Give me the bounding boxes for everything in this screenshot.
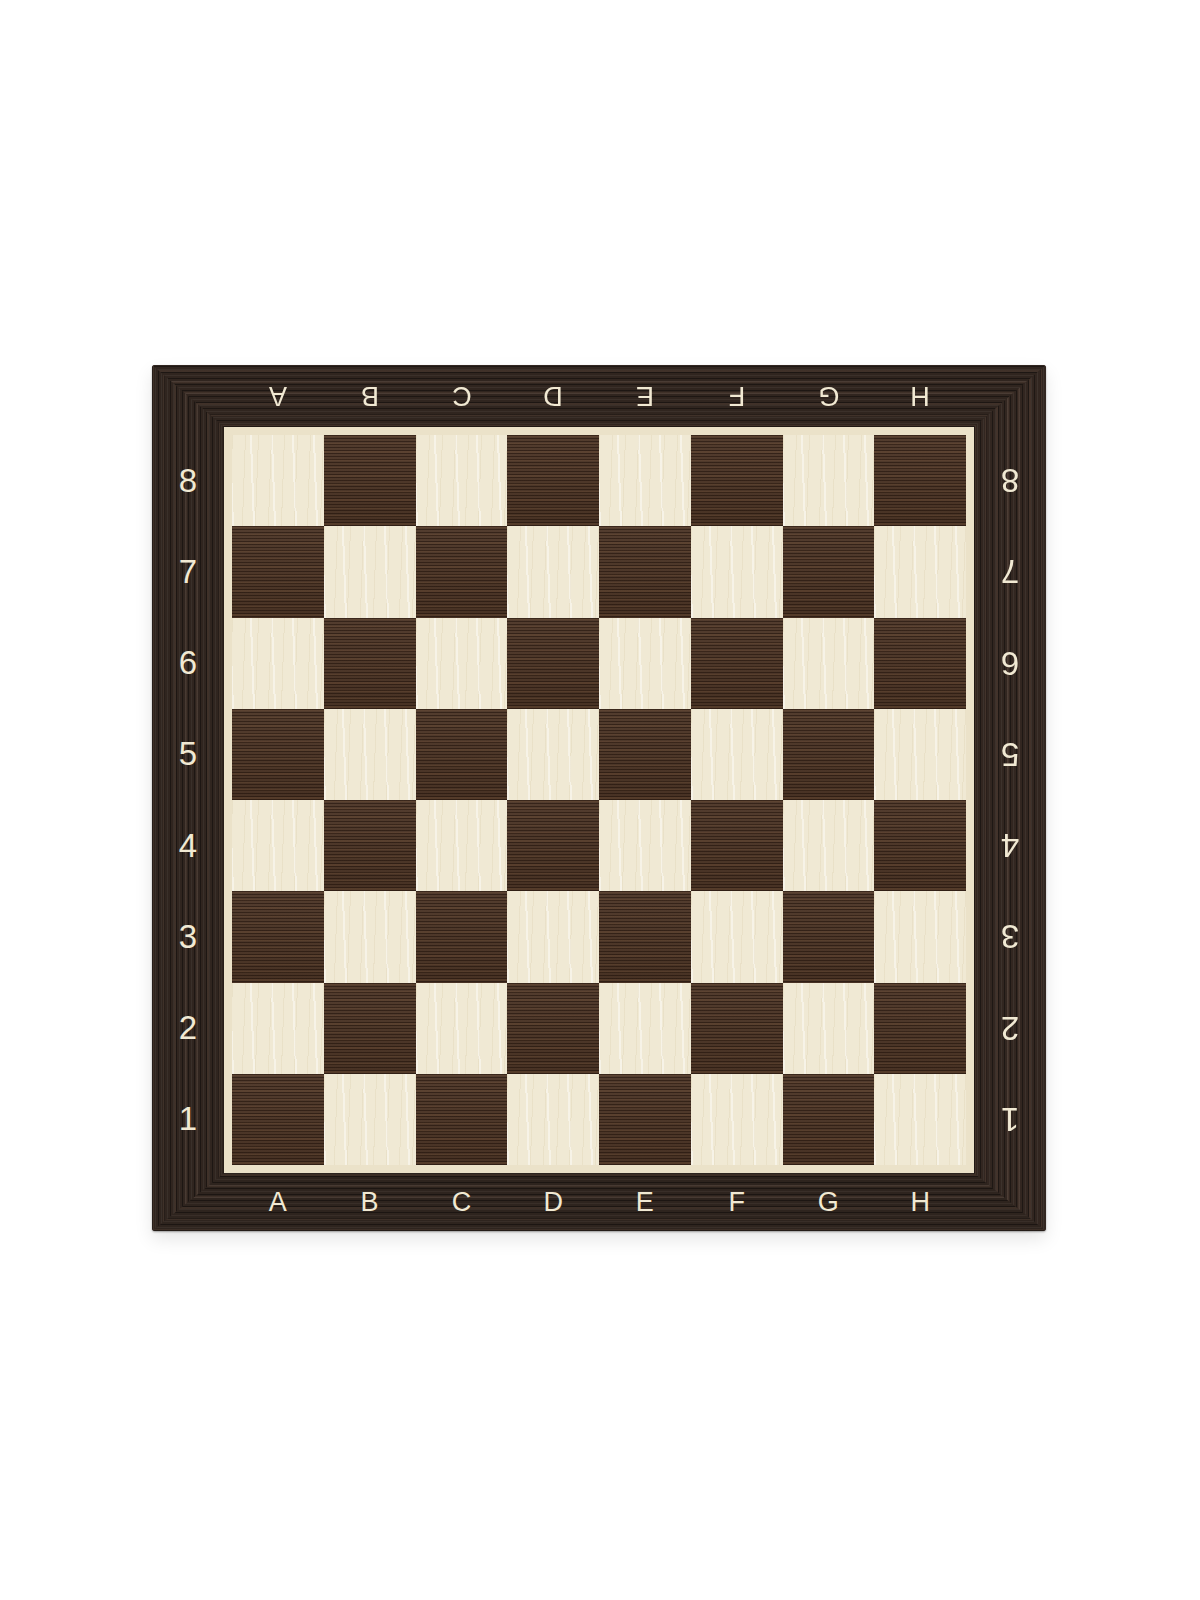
square-g2[interactable] xyxy=(783,983,875,1074)
square-e4[interactable] xyxy=(599,800,691,891)
rank-label-left-2: 2 xyxy=(152,983,224,1074)
square-c6[interactable] xyxy=(416,618,508,709)
rank-label-right-2: 2 xyxy=(974,983,1046,1074)
file-label-bottom-h: H xyxy=(874,1173,966,1231)
square-e2[interactable] xyxy=(599,983,691,1074)
rank-label-right-5: 5 xyxy=(974,709,1046,800)
square-g6[interactable] xyxy=(783,618,875,709)
square-a7[interactable] xyxy=(232,526,324,617)
square-h2[interactable] xyxy=(874,983,966,1074)
square-b8[interactable] xyxy=(324,435,416,526)
square-b3[interactable] xyxy=(324,891,416,982)
rank-label-left-5: 5 xyxy=(152,709,224,800)
square-a4[interactable] xyxy=(232,800,324,891)
rank-label-right-4: 4 xyxy=(974,800,1046,891)
file-label-bottom-e: E xyxy=(599,1173,691,1231)
square-g3[interactable] xyxy=(783,891,875,982)
square-c1[interactable] xyxy=(416,1074,508,1165)
square-e7[interactable] xyxy=(599,526,691,617)
square-d2[interactable] xyxy=(507,983,599,1074)
chess-board: ABCDEFGH ABCDEFGH 87654321 87654321 xyxy=(152,365,1046,1231)
rank-label-left-1: 1 xyxy=(152,1074,224,1165)
square-b6[interactable] xyxy=(324,618,416,709)
square-b4[interactable] xyxy=(324,800,416,891)
square-e5[interactable] xyxy=(599,709,691,800)
file-label-top-b: B xyxy=(324,365,416,427)
square-c4[interactable] xyxy=(416,800,508,891)
square-e8[interactable] xyxy=(599,435,691,526)
square-e6[interactable] xyxy=(599,618,691,709)
files-top: ABCDEFGH xyxy=(232,365,966,427)
square-g8[interactable] xyxy=(783,435,875,526)
square-a8[interactable] xyxy=(232,435,324,526)
square-a3[interactable] xyxy=(232,891,324,982)
file-label-top-f: F xyxy=(691,365,783,427)
rank-label-left-8: 8 xyxy=(152,435,224,526)
file-label-bottom-c: C xyxy=(416,1173,508,1231)
square-g1[interactable] xyxy=(783,1074,875,1165)
square-h8[interactable] xyxy=(874,435,966,526)
square-b2[interactable] xyxy=(324,983,416,1074)
rank-label-left-6: 6 xyxy=(152,618,224,709)
file-label-top-c: C xyxy=(416,365,508,427)
square-f2[interactable] xyxy=(691,983,783,1074)
square-h5[interactable] xyxy=(874,709,966,800)
square-a6[interactable] xyxy=(232,618,324,709)
square-c2[interactable] xyxy=(416,983,508,1074)
square-c8[interactable] xyxy=(416,435,508,526)
square-f1[interactable] xyxy=(691,1074,783,1165)
rank-label-left-3: 3 xyxy=(152,891,224,982)
square-h1[interactable] xyxy=(874,1074,966,1165)
square-h3[interactable] xyxy=(874,891,966,982)
rank-label-right-1: 1 xyxy=(974,1074,1046,1165)
file-label-bottom-f: F xyxy=(691,1173,783,1231)
rank-label-right-8: 8 xyxy=(974,435,1046,526)
file-label-top-e: E xyxy=(599,365,691,427)
square-f6[interactable] xyxy=(691,618,783,709)
rank-label-right-7: 7 xyxy=(974,526,1046,617)
square-e3[interactable] xyxy=(599,891,691,982)
square-f8[interactable] xyxy=(691,435,783,526)
rank-label-left-7: 7 xyxy=(152,526,224,617)
file-label-bottom-a: A xyxy=(232,1173,324,1231)
square-e1[interactable] xyxy=(599,1074,691,1165)
square-f3[interactable] xyxy=(691,891,783,982)
file-label-bottom-b: B xyxy=(324,1173,416,1231)
square-d4[interactable] xyxy=(507,800,599,891)
rank-label-right-6: 6 xyxy=(974,618,1046,709)
ranks-right: 87654321 xyxy=(974,435,1046,1165)
square-d1[interactable] xyxy=(507,1074,599,1165)
square-h7[interactable] xyxy=(874,526,966,617)
square-a5[interactable] xyxy=(232,709,324,800)
rank-label-left-4: 4 xyxy=(152,800,224,891)
file-label-bottom-d: D xyxy=(507,1173,599,1231)
square-d8[interactable] xyxy=(507,435,599,526)
file-label-bottom-g: G xyxy=(783,1173,875,1231)
square-d7[interactable] xyxy=(507,526,599,617)
playing-field xyxy=(224,427,974,1173)
square-d6[interactable] xyxy=(507,618,599,709)
file-label-top-a: A xyxy=(232,365,324,427)
square-b1[interactable] xyxy=(324,1074,416,1165)
square-g5[interactable] xyxy=(783,709,875,800)
square-b5[interactable] xyxy=(324,709,416,800)
rank-label-right-3: 3 xyxy=(974,891,1046,982)
square-f4[interactable] xyxy=(691,800,783,891)
file-label-top-h: H xyxy=(874,365,966,427)
square-f5[interactable] xyxy=(691,709,783,800)
file-label-top-g: G xyxy=(783,365,875,427)
square-c7[interactable] xyxy=(416,526,508,617)
square-c3[interactable] xyxy=(416,891,508,982)
square-b7[interactable] xyxy=(324,526,416,617)
ranks-left: 87654321 xyxy=(152,435,224,1165)
square-d3[interactable] xyxy=(507,891,599,982)
square-c5[interactable] xyxy=(416,709,508,800)
square-a2[interactable] xyxy=(232,983,324,1074)
square-h6[interactable] xyxy=(874,618,966,709)
square-f7[interactable] xyxy=(691,526,783,617)
square-g4[interactable] xyxy=(783,800,875,891)
files-bottom: ABCDEFGH xyxy=(232,1173,966,1231)
square-d5[interactable] xyxy=(507,709,599,800)
square-h4[interactable] xyxy=(874,800,966,891)
board-grid xyxy=(232,435,966,1165)
square-g7[interactable] xyxy=(783,526,875,617)
file-label-top-d: D xyxy=(507,365,599,427)
square-a1[interactable] xyxy=(232,1074,324,1165)
